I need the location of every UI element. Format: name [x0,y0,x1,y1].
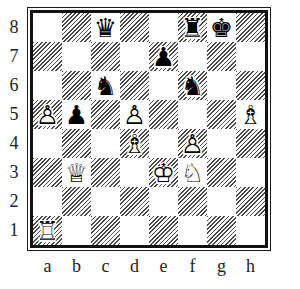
file-labels: abcdefgh [33,254,265,278]
piece-white-pawn-d5: ♟♙ [120,100,149,129]
square-g5 [207,100,236,129]
piece-white-king-e3: ♚♔ [149,158,178,187]
square-b7 [62,42,91,71]
square-b5: ♟♟ [62,100,91,129]
piece-black-pawn-e7: ♟♟ [149,42,178,71]
square-a3 [33,158,62,187]
square-c8: ♛♛ [91,13,120,42]
file-label-h: h [236,254,265,278]
square-b4 [62,129,91,158]
square-g6 [207,71,236,100]
square-b2 [62,187,91,216]
square-b3: ♛♕ [62,158,91,187]
square-f7 [178,42,207,71]
piece-black-queen-c8: ♛♛ [91,13,120,42]
square-a1: ♜♖ [33,216,62,245]
square-d2 [120,187,149,216]
piece-white-pawn-f4: ♟♙ [178,129,207,158]
square-e8 [149,13,178,42]
square-h7 [236,42,265,71]
square-g4 [207,129,236,158]
square-f8: ♜♜ [178,13,207,42]
rank-label-8: 8 [4,13,24,42]
file-label-d: d [120,254,149,278]
piece-black-knight-c6: ♞♞ [91,71,120,100]
piece-white-pawn-a5: ♟♙ [33,100,62,129]
square-b8 [62,13,91,42]
square-d8 [120,13,149,42]
square-f3: ♞♘ [178,158,207,187]
rank-label-4: 4 [4,129,24,158]
chess-diagram: 87654321 ♛♛♜♜♚♚♟♟♞♞♞♞♟♙♟♟♟♙♝♗♝♗♟♙♛♕♚♔♞♘♜… [0,0,300,289]
square-h3 [236,158,265,187]
file-label-e: e [149,254,178,278]
square-h1 [236,216,265,245]
square-d7 [120,42,149,71]
square-b1 [62,216,91,245]
square-e2 [149,187,178,216]
square-h4 [236,129,265,158]
square-b6 [62,71,91,100]
piece-black-king-g8: ♚♚ [207,13,236,42]
square-e5 [149,100,178,129]
piece-white-bishop-d4: ♝♗ [120,129,149,158]
piece-white-rook-a1: ♜♖ [33,216,62,245]
square-f2 [178,187,207,216]
square-e3: ♚♔ [149,158,178,187]
square-d1 [120,216,149,245]
square-g7 [207,42,236,71]
square-e1 [149,216,178,245]
rank-label-6: 6 [4,71,24,100]
square-h8 [236,13,265,42]
rank-labels: 87654321 [4,13,24,245]
square-g3 [207,158,236,187]
chess-board: ♛♛♜♜♚♚♟♟♞♞♞♞♟♙♟♟♟♙♝♗♝♗♟♙♛♕♚♔♞♘♜♖ [27,7,271,251]
board-grid: ♛♛♜♜♚♚♟♟♞♞♞♞♟♙♟♟♟♙♝♗♝♗♟♙♛♕♚♔♞♘♜♖ [33,13,265,245]
square-g8: ♚♚ [207,13,236,42]
square-d5: ♟♙ [120,100,149,129]
square-e7: ♟♟ [149,42,178,71]
square-e6 [149,71,178,100]
square-a6 [33,71,62,100]
square-d6 [120,71,149,100]
piece-black-rook-f8: ♜♜ [178,13,207,42]
square-a5: ♟♙ [33,100,62,129]
square-a8 [33,13,62,42]
square-c7 [91,42,120,71]
square-f1 [178,216,207,245]
piece-white-knight-f3: ♞♘ [178,158,207,187]
piece-white-bishop-h5: ♝♗ [236,100,265,129]
rank-label-2: 2 [4,187,24,216]
rank-label-7: 7 [4,42,24,71]
piece-black-pawn-b5: ♟♟ [62,100,91,129]
square-c4 [91,129,120,158]
square-d4: ♝♗ [120,129,149,158]
square-d3 [120,158,149,187]
square-c6: ♞♞ [91,71,120,100]
square-c2 [91,187,120,216]
file-label-c: c [91,254,120,278]
square-c5 [91,100,120,129]
square-f4: ♟♙ [178,129,207,158]
square-e4 [149,129,178,158]
square-f6: ♞♞ [178,71,207,100]
file-label-g: g [207,254,236,278]
file-label-a: a [33,254,62,278]
rank-label-3: 3 [4,158,24,187]
square-g2 [207,187,236,216]
rank-label-5: 5 [4,100,24,129]
board-border: ♛♛♜♜♚♚♟♟♞♞♞♞♟♙♟♟♟♙♝♗♝♗♟♙♛♕♚♔♞♘♜♖ [30,10,268,248]
square-c3 [91,158,120,187]
square-f5 [178,100,207,129]
rank-label-1: 1 [4,216,24,245]
square-h2 [236,187,265,216]
square-h6 [236,71,265,100]
square-c1 [91,216,120,245]
square-a2 [33,187,62,216]
square-h5: ♝♗ [236,100,265,129]
file-label-b: b [62,254,91,278]
square-a7 [33,42,62,71]
file-label-f: f [178,254,207,278]
square-g1 [207,216,236,245]
piece-white-queen-b3: ♛♕ [62,158,91,187]
square-a4 [33,129,62,158]
piece-black-knight-f6: ♞♞ [178,71,207,100]
